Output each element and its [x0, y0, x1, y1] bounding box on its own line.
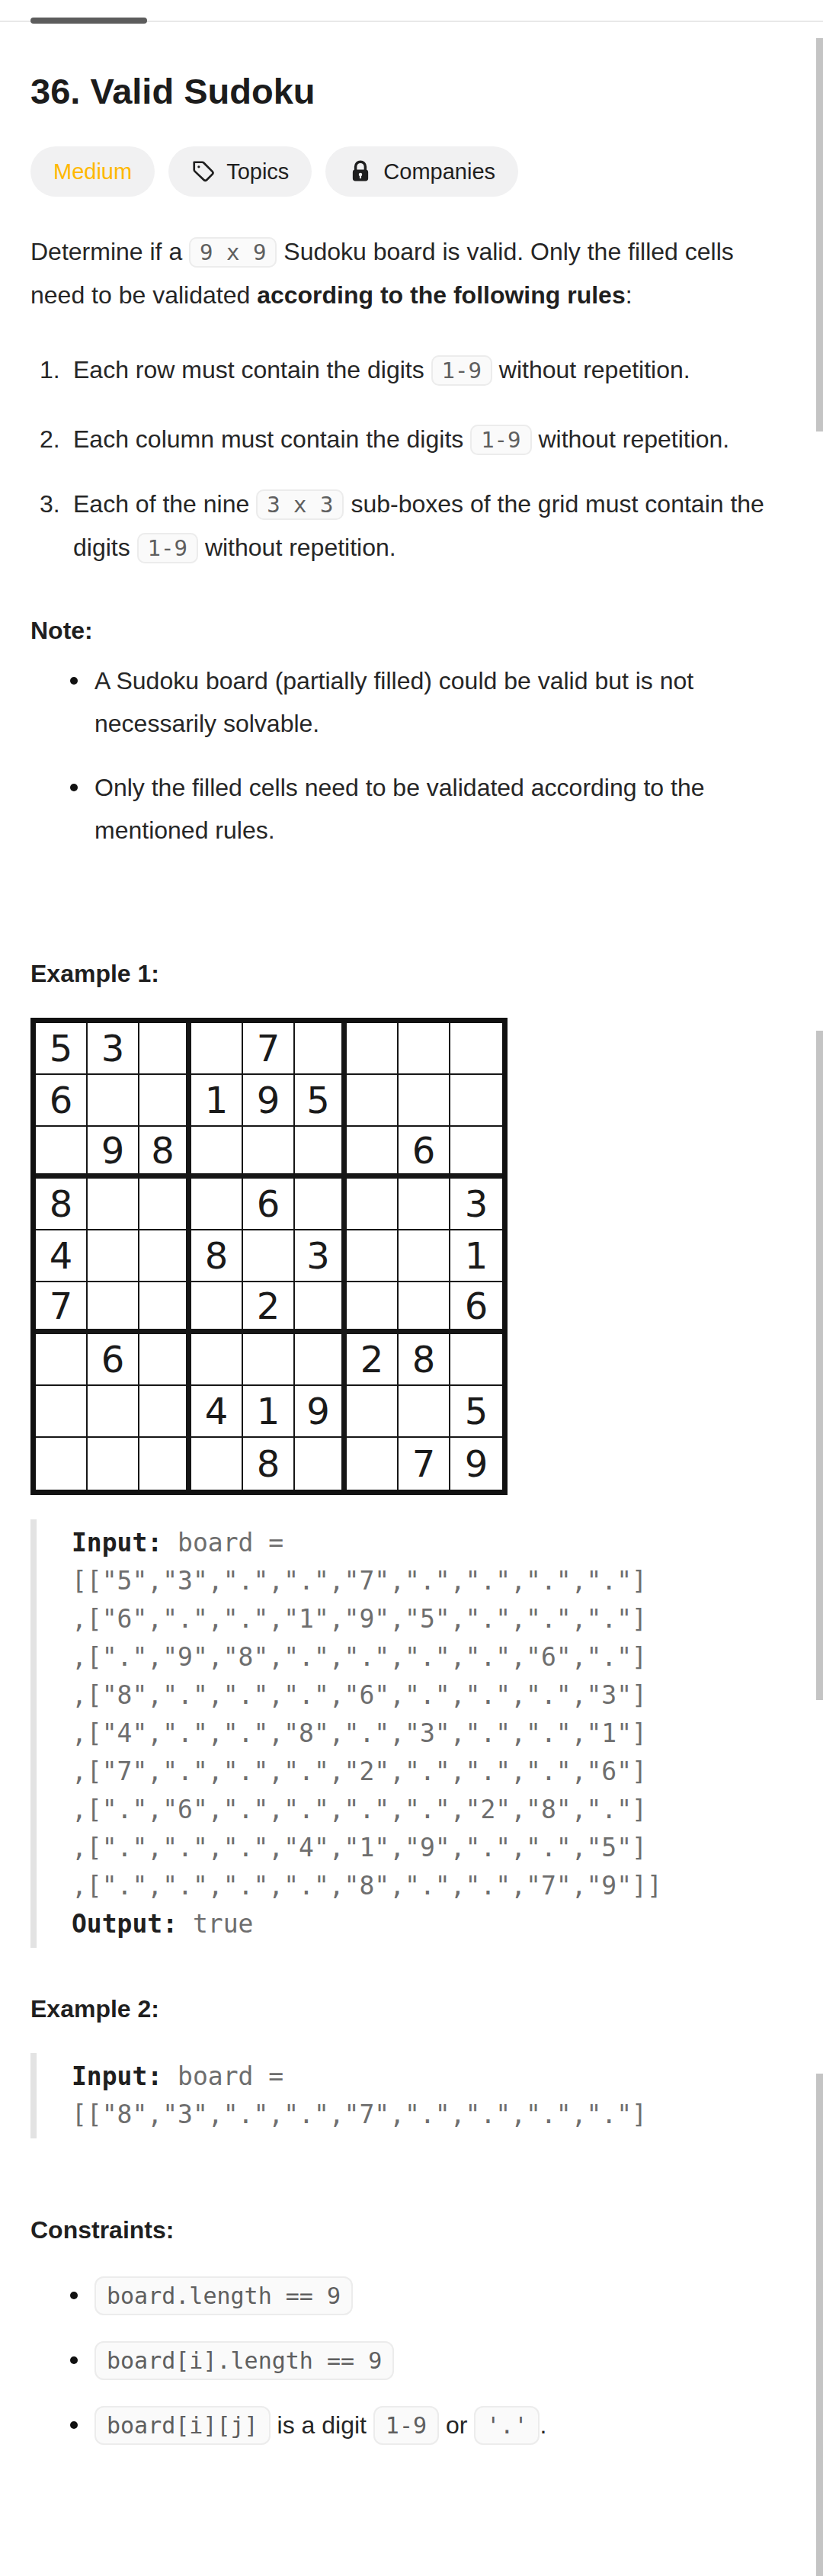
- sudoku-cell-r8c6: 9: [295, 1386, 347, 1438]
- constraint-text: is a digit: [271, 2411, 373, 2439]
- example2-code-block: Input: board = [["8","3",".",".","7","."…: [30, 2053, 785, 2138]
- sudoku-cell-r7c3: [139, 1334, 191, 1386]
- sudoku-cell-r4c6: [295, 1179, 347, 1230]
- sudoku-cell-r1c7: [347, 1023, 399, 1075]
- code-line: ,["8",".",".",".","6",".",".",".","3"]: [72, 1676, 785, 1715]
- difficulty-label: Medium: [53, 159, 132, 184]
- sudoku-cell-r4c2: [88, 1179, 139, 1230]
- leetcode-problem-page: 36. Valid Sudoku Medium Topics: [0, 0, 823, 2576]
- scrollbar-thumb[interactable]: [816, 2074, 823, 2576]
- constraints-list: board.length == 9 board[i].length == 9 b…: [30, 2271, 785, 2450]
- sudoku-cell-r5c1: 4: [36, 1230, 88, 1282]
- rule-text-part: Each column must contain the digits: [73, 425, 470, 453]
- sudoku-cell-r2c1: 6: [36, 1075, 88, 1127]
- intro-bold-text: according to the following rules: [257, 281, 626, 309]
- code-line: Input: board =: [72, 1524, 785, 1562]
- code-line: Output: true: [72, 1905, 785, 1943]
- note-item: Only the filled cells need to be validat…: [40, 766, 785, 852]
- sudoku-cell-r3c7: [347, 1127, 399, 1179]
- code-line: ,["6",".",".","1","9","5",".",".","."]: [72, 1600, 785, 1638]
- sudoku-cell-r4c9: 3: [450, 1179, 502, 1230]
- constraint-item: board[i].length == 9: [40, 2336, 785, 2385]
- problem-intro: Determine if a 9 x 9 Sudoku board is val…: [30, 230, 785, 316]
- inline-code-board-i-length: board[i].length == 9: [94, 2341, 394, 2380]
- sudoku-cell-r7c7: 2: [347, 1334, 399, 1386]
- inline-code-3x3: 3 x 3: [256, 489, 344, 520]
- rule-number: 3.: [40, 483, 73, 569]
- input-label: Input:: [72, 1528, 162, 1557]
- sudoku-cell-r8c8: [399, 1386, 450, 1438]
- constraints-label: Constraints:: [30, 2209, 785, 2251]
- code-line: ,[".","6",".",".",".",".","2","8","."]: [72, 1791, 785, 1829]
- example1-code-block: Input: board = [["5","3",".",".","7","."…: [30, 1519, 785, 1948]
- companies-label: Companies: [383, 159, 495, 184]
- inline-code-9x9: 9 x 9: [189, 237, 277, 268]
- sudoku-cell-r6c7: [347, 1282, 399, 1334]
- sudoku-cell-r9c8: 7: [399, 1438, 450, 1490]
- sudoku-cell-r5c5: [243, 1230, 295, 1282]
- output-label: Output:: [72, 1909, 178, 1939]
- sudoku-cell-r2c4: 1: [191, 1075, 243, 1127]
- example1-label: Example 1:: [30, 952, 785, 995]
- sudoku-cell-r9c7: [347, 1438, 399, 1490]
- code-line: [["5","3",".",".","7",".",".",".","."]: [72, 1562, 785, 1600]
- example1-board-lines: [["5","3",".",".","7",".",".",".","."],[…: [72, 1562, 785, 1905]
- rule-text: Each column must contain the digits 1-9 …: [73, 418, 729, 461]
- output-value: true: [178, 1909, 253, 1939]
- sudoku-cell-r5c2: [88, 1230, 139, 1282]
- input-label: Input:: [72, 2061, 162, 2091]
- rule-number: 1.: [40, 348, 73, 392]
- sudoku-cell-r3c1: [36, 1127, 88, 1179]
- code-line: ,[".",".",".",".","8",".",".","7","9"]]: [72, 1867, 785, 1905]
- sudoku-cell-r7c1: [36, 1334, 88, 1386]
- sudoku-cell-r4c5: 6: [243, 1179, 295, 1230]
- code-line: ,["7",".",".",".","2",".",".",".","6"]: [72, 1753, 785, 1791]
- code-line: Input: board =: [72, 2058, 785, 2096]
- sudoku-cell-r3c2: 9: [88, 1127, 139, 1179]
- note-label: Note:: [30, 609, 785, 652]
- sudoku-cell-r6c9: 6: [450, 1282, 502, 1334]
- code-line: ,["4",".",".","8",".","3",".",".","1"]: [72, 1715, 785, 1753]
- sudoku-cell-r4c4: [191, 1179, 243, 1230]
- code-line: [["8","3",".",".","7",".",".",".","."]: [72, 2096, 785, 2134]
- note-item: A Sudoku board (partially filled) could …: [40, 659, 785, 745]
- sudoku-cell-r7c2: 6: [88, 1334, 139, 1386]
- sudoku-cell-r9c5: 8: [243, 1438, 295, 1490]
- sudoku-cell-r1c6: [295, 1023, 347, 1075]
- sudoku-cell-r8c7: [347, 1386, 399, 1438]
- sudoku-cell-r8c1: [36, 1386, 88, 1438]
- inline-code-1-9: 1-9: [470, 425, 531, 455]
- note-list: A Sudoku board (partially filled) could …: [30, 659, 785, 852]
- sudoku-cell-r2c7: [347, 1075, 399, 1127]
- sudoku-cell-r5c8: [399, 1230, 450, 1282]
- sudoku-cell-r4c8: [399, 1179, 450, 1230]
- sudoku-cell-r5c7: [347, 1230, 399, 1282]
- sudoku-cell-r3c5: [243, 1127, 295, 1179]
- sudoku-cell-r4c1: 8: [36, 1179, 88, 1230]
- sudoku-cell-r2c8: [399, 1075, 450, 1127]
- sudoku-cell-r1c4: [191, 1023, 243, 1075]
- rule-text-part: Each row must contain the digits: [73, 356, 431, 383]
- sudoku-cell-r5c9: 1: [450, 1230, 502, 1282]
- sudoku-cell-r7c8: 8: [399, 1334, 450, 1386]
- inline-code-1-9: 1-9: [431, 355, 492, 386]
- sudoku-cell-r2c9: [450, 1075, 502, 1127]
- sudoku-cell-r2c5: 9: [243, 1075, 295, 1127]
- badge-row: Medium Topics: [30, 146, 785, 197]
- sudoku-cell-r9c4: [191, 1438, 243, 1490]
- rule-item-1: 1. Each row must contain the digits 1-9 …: [40, 348, 785, 392]
- constraint-text: .: [540, 2411, 546, 2439]
- sudoku-cell-r8c5: 1: [243, 1386, 295, 1438]
- tag-icon: [191, 159, 216, 184]
- page-title: 36. Valid Sudoku: [30, 70, 785, 113]
- sudoku-cell-r2c6: 5: [295, 1075, 347, 1127]
- sudoku-cell-r4c7: [347, 1179, 399, 1230]
- rule-text-part: without repetition.: [532, 425, 730, 453]
- sudoku-cell-r5c6: 3: [295, 1230, 347, 1282]
- sudoku-cell-r6c3: [139, 1282, 191, 1334]
- rules-list: 1. Each row must contain the digits 1-9 …: [30, 348, 785, 569]
- scrollbar-thumb[interactable]: [816, 38, 823, 431]
- intro-text: Determine if a: [30, 238, 189, 265]
- sudoku-cell-r2c3: [139, 1075, 191, 1127]
- sudoku-cell-r1c1: 5: [36, 1023, 88, 1075]
- input-var: board =: [162, 1528, 283, 1557]
- inline-code-board-i-j: board[i][j]: [94, 2406, 271, 2445]
- inline-code-1-9: 1-9: [373, 2406, 439, 2445]
- sudoku-cell-r1c9: [450, 1023, 502, 1075]
- sudoku-cell-r9c3: [139, 1438, 191, 1490]
- constraint-item: board.length == 9: [40, 2271, 785, 2321]
- sudoku-cell-r5c4: 8: [191, 1230, 243, 1282]
- sudoku-cell-r3c3: 8: [139, 1127, 191, 1179]
- sudoku-cell-r1c5: 7: [243, 1023, 295, 1075]
- sudoku-cell-r9c9: 9: [450, 1438, 502, 1490]
- sudoku-cell-r1c2: 3: [88, 1023, 139, 1075]
- topics-label: Topics: [226, 159, 289, 184]
- sudoku-cell-r8c4: 4: [191, 1386, 243, 1438]
- sudoku-cell-r9c6: [295, 1438, 347, 1490]
- rule-text-part: without repetition.: [492, 356, 690, 383]
- example2-label: Example 2:: [30, 1987, 785, 2030]
- sudoku-cell-r3c9: [450, 1127, 502, 1179]
- inline-code-board-length: board.length == 9: [94, 2276, 353, 2315]
- sudoku-cell-r1c8: [399, 1023, 450, 1075]
- sudoku-cell-r7c9: [450, 1334, 502, 1386]
- sudoku-cell-r3c6: [295, 1127, 347, 1179]
- sudoku-cell-r8c3: [139, 1386, 191, 1438]
- rule-number: 2.: [40, 418, 73, 461]
- sudoku-cell-r3c8: 6: [399, 1127, 450, 1179]
- sudoku-cell-r7c5: [243, 1334, 295, 1386]
- sudoku-cell-r6c8: [399, 1282, 450, 1334]
- rule-item-3: 3. Each of the nine 3 x 3 sub-boxes of t…: [40, 483, 785, 569]
- sudoku-cell-r9c1: [36, 1438, 88, 1490]
- difficulty-badge[interactable]: Medium: [30, 146, 155, 197]
- sudoku-cell-r6c2: [88, 1282, 139, 1334]
- rule-text-part: without repetition.: [198, 534, 396, 561]
- sudoku-cell-r6c1: 7: [36, 1282, 88, 1334]
- sudoku-cell-r7c4: [191, 1334, 243, 1386]
- rule-text: Each row must contain the digits 1-9 wit…: [73, 348, 690, 392]
- sudoku-board: 537619598686348317266284195879: [30, 1018, 508, 1495]
- sudoku-cell-r6c5: 2: [243, 1282, 295, 1334]
- sudoku-cell-r3c4: [191, 1127, 243, 1179]
- lock-icon: [348, 159, 373, 184]
- scrollbar-thumb[interactable]: [816, 1031, 823, 1700]
- rule-text-part: Each of the nine: [73, 490, 256, 518]
- example2-board-lines: [["8","3",".",".","7",".",".",".","."]: [72, 2096, 785, 2134]
- sudoku-cell-r5c3: [139, 1230, 191, 1282]
- sudoku-cell-r2c2: [88, 1075, 139, 1127]
- sudoku-cell-r8c9: 5: [450, 1386, 502, 1438]
- input-var: board =: [162, 2061, 283, 2091]
- sudoku-cell-r6c6: [295, 1282, 347, 1334]
- constraint-item: board[i][j] is a digit 1-9 or '.'.: [40, 2401, 785, 2450]
- companies-badge[interactable]: Companies: [325, 146, 518, 197]
- topics-badge[interactable]: Topics: [168, 146, 312, 197]
- sudoku-cell-r9c2: [88, 1438, 139, 1490]
- intro-text: :: [626, 281, 632, 309]
- inline-code-dot: '.': [474, 2406, 540, 2445]
- inline-code-1-9: 1-9: [137, 533, 198, 563]
- code-line: ,[".","9","8",".",".",".",".","6","."]: [72, 1638, 785, 1676]
- code-line: ,[".",".",".","4","1","9",".",".","5"]: [72, 1829, 785, 1867]
- sudoku-cell-r4c3: [139, 1179, 191, 1230]
- sudoku-cell-r8c2: [88, 1386, 139, 1438]
- problem-description-panel: 36. Valid Sudoku Medium Topics: [0, 70, 823, 2450]
- sudoku-cell-r1c3: [139, 1023, 191, 1075]
- constraint-text: or: [439, 2411, 474, 2439]
- sudoku-cell-r7c6: [295, 1334, 347, 1386]
- rule-item-2: 2. Each column must contain the digits 1…: [40, 418, 785, 461]
- rule-text: Each of the nine 3 x 3 sub-boxes of the …: [73, 483, 774, 569]
- sudoku-cell-r6c4: [191, 1282, 243, 1334]
- active-tab-indicator: [30, 18, 147, 24]
